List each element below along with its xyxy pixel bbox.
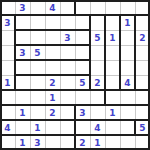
grid-cell[interactable] (0, 30, 15, 45)
grid-cell[interactable] (15, 60, 30, 75)
grid-cell[interactable]: 5 (75, 75, 90, 90)
given-number: 3 (30, 135, 45, 150)
puzzle-board: 3431351235125241123141451321 (0, 0, 150, 150)
given-number: 3 (15, 0, 30, 15)
grid-cell[interactable] (0, 105, 15, 120)
grid-cell[interactable]: 4 (45, 0, 60, 15)
grid-cell[interactable] (30, 15, 45, 30)
grid-cell[interactable] (60, 105, 75, 120)
grid-cell[interactable] (15, 15, 30, 30)
grid-cell[interactable]: 4 (120, 75, 135, 90)
grid-cell[interactable]: 2 (75, 135, 90, 150)
given-number: 3 (60, 30, 75, 45)
grid-cell[interactable] (45, 60, 60, 75)
region-border (134, 119, 136, 136)
given-number: 1 (30, 120, 45, 135)
grid-cell[interactable] (75, 30, 90, 45)
region-border (14, 29, 91, 31)
grid-cell[interactable] (90, 15, 105, 30)
grid-cell[interactable]: 1 (45, 90, 60, 105)
region-border (14, 44, 91, 46)
region-border (0, 89, 150, 91)
grid-cell[interactable] (15, 75, 30, 90)
grid-cell[interactable] (0, 0, 15, 15)
grid-cell[interactable] (120, 105, 135, 120)
grid-cell[interactable] (30, 0, 45, 15)
grid-cell[interactable] (0, 135, 15, 150)
given-number: 1 (90, 135, 105, 150)
grid-cell[interactable] (120, 120, 135, 135)
grid-cell[interactable] (120, 135, 135, 150)
grid-cell[interactable] (0, 60, 15, 75)
grid-cell[interactable] (45, 15, 60, 30)
grid-cell[interactable]: 3 (15, 45, 30, 60)
grid-cell[interactable] (60, 120, 75, 135)
given-number: 4 (120, 75, 135, 90)
region-border (104, 14, 106, 91)
grid-cell[interactable] (135, 75, 150, 90)
given-number: 1 (105, 105, 120, 120)
grid-cell[interactable] (105, 0, 120, 15)
grid-cell[interactable] (120, 60, 135, 75)
grid-cell[interactable]: 3 (60, 30, 75, 45)
grid-cell[interactable] (135, 60, 150, 75)
grid-cell[interactable] (135, 105, 150, 120)
grid-cell[interactable] (60, 135, 75, 150)
given-number: 2 (45, 75, 60, 90)
grid-cell[interactable] (105, 120, 120, 135)
given-number: 1 (15, 135, 30, 150)
grid-cell[interactable]: 2 (45, 105, 60, 120)
region-border (14, 14, 16, 91)
grid-cell[interactable] (120, 30, 135, 45)
given-number: 1 (15, 105, 30, 120)
grid-cell[interactable]: 1 (105, 105, 120, 120)
grid-cell[interactable] (120, 90, 135, 105)
grid-cell[interactable]: 1 (15, 135, 30, 150)
grid-cell[interactable]: 3 (0, 15, 15, 30)
grid-cell[interactable]: 2 (90, 75, 105, 90)
grid-cell[interactable] (105, 135, 120, 150)
grid-cell[interactable]: 1 (30, 120, 45, 135)
given-number: 1 (120, 15, 135, 30)
region-border (14, 59, 91, 61)
grid-cell[interactable] (30, 90, 45, 105)
grid-cell[interactable]: 1 (120, 15, 135, 30)
given-number: 1 (0, 75, 15, 90)
given-number: 1 (105, 30, 120, 45)
given-number: 1 (45, 90, 60, 105)
grid-cell[interactable] (30, 105, 45, 120)
grid-cell[interactable] (120, 45, 135, 60)
given-number: 3 (0, 15, 15, 30)
region-border (134, 14, 136, 91)
grid-cell[interactable]: 2 (45, 75, 60, 90)
grid-cell[interactable]: 1 (15, 105, 30, 120)
region-border (74, 134, 76, 150)
grid-cell[interactable] (0, 45, 15, 60)
grid-cell[interactable] (60, 45, 75, 60)
given-number: 2 (135, 30, 150, 45)
grid-cell[interactable] (135, 90, 150, 105)
given-number: 5 (90, 30, 105, 45)
grid-cell[interactable] (15, 30, 30, 45)
grid-cell[interactable]: 5 (135, 120, 150, 135)
region-border (14, 74, 91, 76)
grid-cell[interactable]: 1 (105, 30, 120, 45)
grid-cell[interactable] (60, 15, 75, 30)
given-number: 5 (135, 120, 150, 135)
grid-cell[interactable]: 2 (135, 30, 150, 45)
grid-cell[interactable] (135, 45, 150, 60)
grid-cell[interactable] (30, 60, 45, 75)
given-number: 2 (45, 105, 60, 120)
grid-cell[interactable] (75, 120, 90, 135)
grid-cell[interactable]: 1 (90, 135, 105, 150)
grid-cell[interactable] (15, 120, 30, 135)
grid-cell[interactable] (75, 90, 90, 105)
grid-cell[interactable] (75, 15, 90, 30)
grid-cell[interactable] (105, 90, 120, 105)
grid-cell[interactable]: 3 (30, 135, 45, 150)
grid-cell[interactable] (90, 0, 105, 15)
given-number: 2 (90, 75, 105, 90)
grid-cell[interactable]: 4 (0, 120, 15, 135)
grid-cell[interactable] (120, 0, 135, 15)
grid-cell[interactable] (105, 15, 120, 30)
grid-cell[interactable] (90, 105, 105, 120)
given-number: 5 (30, 45, 45, 60)
region-border (104, 89, 106, 106)
region-border (89, 14, 91, 91)
grid-cell[interactable]: 5 (90, 30, 105, 45)
grid-cell[interactable]: 5 (30, 45, 45, 60)
grid-cell[interactable] (45, 135, 60, 150)
grid-cell[interactable] (135, 15, 150, 30)
grid-cell[interactable]: 3 (15, 0, 30, 15)
given-number: 4 (90, 120, 105, 135)
given-number: 4 (0, 120, 15, 135)
grid-cell[interactable] (75, 45, 90, 60)
given-number: 2 (75, 135, 90, 150)
grid-cell[interactable] (60, 60, 75, 75)
given-number: 5 (75, 75, 90, 90)
grid-cell[interactable] (60, 75, 75, 90)
region-border (119, 14, 121, 91)
grid-cell[interactable] (105, 75, 120, 90)
grid-cell[interactable]: 4 (90, 120, 105, 135)
grid-cell[interactable] (60, 0, 75, 15)
grid-cell[interactable] (105, 45, 120, 60)
grid-cell[interactable] (135, 0, 150, 15)
grid-cell[interactable] (45, 120, 60, 135)
grid-cell[interactable] (135, 135, 150, 150)
grid-cell[interactable] (15, 90, 30, 105)
grid-cell[interactable] (75, 60, 90, 75)
grid-cell[interactable] (90, 90, 105, 105)
given-number: 3 (75, 105, 90, 120)
grid-cell[interactable] (90, 45, 105, 60)
given-number: 3 (15, 45, 30, 60)
grid-cell[interactable] (30, 30, 45, 45)
grid-cell[interactable] (60, 90, 75, 105)
grid-cell[interactable] (90, 60, 105, 75)
grid-cell[interactable]: 1 (0, 75, 15, 90)
grid-cell[interactable] (75, 0, 90, 15)
grid-cell[interactable] (45, 45, 60, 60)
grid-cell[interactable] (0, 90, 15, 105)
given-number: 4 (45, 0, 60, 15)
grid-cell[interactable]: 3 (75, 105, 90, 120)
grid-cell[interactable] (30, 75, 45, 90)
grid-cell[interactable] (105, 60, 120, 75)
region-border (74, 0, 76, 16)
grid-cell[interactable] (45, 30, 60, 45)
